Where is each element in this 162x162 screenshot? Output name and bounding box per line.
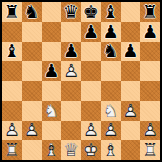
square-a5[interactable] [2, 61, 22, 81]
square-d2[interactable] [61, 121, 81, 141]
square-g3[interactable]: ♟♙ [121, 101, 141, 121]
black-pawn[interactable]: ♟ [122, 42, 138, 60]
square-f7[interactable]: ♟ [101, 22, 121, 42]
square-f5[interactable] [101, 61, 121, 81]
square-h8[interactable]: ♜ [140, 2, 160, 22]
square-h2[interactable]: ♟♙ [140, 121, 160, 141]
square-f2[interactable]: ♟♙ [101, 121, 121, 141]
white-pawn[interactable]: ♟♙ [103, 121, 119, 139]
square-a4[interactable] [2, 81, 22, 101]
square-e7[interactable]: ♟ [81, 22, 101, 42]
square-g4[interactable] [121, 81, 141, 101]
square-a1[interactable]: ♜♖ [2, 140, 22, 160]
black-pawn[interactable]: ♟ [103, 23, 119, 41]
white-knight[interactable]: ♞♘ [43, 102, 59, 120]
square-b3[interactable] [22, 101, 42, 121]
square-c6[interactable] [42, 42, 62, 62]
square-g7[interactable] [121, 22, 141, 42]
square-h3[interactable] [140, 101, 160, 121]
black-pawn[interactable]: ♟ [43, 62, 59, 80]
white-pawn[interactable]: ♟♙ [63, 62, 79, 80]
square-e5[interactable] [81, 61, 101, 81]
square-b1[interactable] [22, 140, 42, 160]
square-c8[interactable] [42, 2, 62, 22]
white-pawn[interactable]: ♟♙ [83, 121, 99, 139]
square-c3[interactable]: ♞♘ [42, 101, 62, 121]
white-king[interactable]: ♚♔ [83, 141, 99, 159]
square-h5[interactable] [140, 61, 160, 81]
square-d5[interactable]: ♟♙ [61, 61, 81, 81]
black-pawn[interactable]: ♟ [83, 23, 99, 41]
square-c7[interactable] [42, 22, 62, 42]
square-g2[interactable] [121, 121, 141, 141]
black-pawn[interactable]: ♟ [142, 23, 158, 41]
black-knight[interactable]: ♞ [103, 42, 119, 60]
white-knight[interactable]: ♞♘ [103, 102, 119, 120]
black-bishop[interactable]: ♝ [4, 42, 20, 60]
square-d1[interactable]: ♛♕ [61, 140, 81, 160]
square-b4[interactable] [22, 81, 42, 101]
square-c5[interactable]: ♟ [42, 61, 62, 81]
square-a7[interactable] [2, 22, 22, 42]
square-b2[interactable]: ♟♙ [22, 121, 42, 141]
square-h7[interactable]: ♟ [140, 22, 160, 42]
square-g8[interactable] [121, 2, 141, 22]
black-bishop[interactable]: ♝ [103, 3, 119, 21]
square-f8[interactable]: ♝ [101, 2, 121, 22]
square-b8[interactable]: ♞ [22, 2, 42, 22]
square-e2[interactable]: ♟♙ [81, 121, 101, 141]
square-h1[interactable]: ♜♖ [140, 140, 160, 160]
white-pawn[interactable]: ♟♙ [24, 121, 40, 139]
black-knight[interactable]: ♞ [24, 3, 40, 21]
square-e8[interactable]: ♚ [81, 2, 101, 22]
square-f4[interactable] [101, 81, 121, 101]
white-rook[interactable]: ♜♖ [142, 141, 158, 159]
square-e1[interactable]: ♚♔ [81, 140, 101, 160]
white-bishop[interactable]: ♝♗ [103, 141, 119, 159]
square-e6[interactable] [81, 42, 101, 62]
white-pawn[interactable]: ♟♙ [122, 102, 138, 120]
black-king[interactable]: ♚ [83, 3, 99, 21]
square-a2[interactable]: ♟♙ [2, 121, 22, 141]
square-e3[interactable] [81, 101, 101, 121]
square-d3[interactable] [61, 101, 81, 121]
square-a6[interactable]: ♝ [2, 42, 22, 62]
white-rook[interactable]: ♜♖ [4, 141, 20, 159]
white-pawn[interactable]: ♟♙ [142, 121, 158, 139]
square-e4[interactable] [81, 81, 101, 101]
square-g1[interactable] [121, 140, 141, 160]
square-d8[interactable]: ♛ [61, 2, 81, 22]
square-c2[interactable] [42, 121, 62, 141]
square-a8[interactable]: ♜ [2, 2, 22, 22]
square-c1[interactable]: ♝♗ [42, 140, 62, 160]
square-f6[interactable]: ♞ [101, 42, 121, 62]
black-rook[interactable]: ♜ [142, 3, 158, 21]
square-a3[interactable] [2, 101, 22, 121]
square-g6[interactable]: ♟ [121, 42, 141, 62]
square-d7[interactable] [61, 22, 81, 42]
white-queen[interactable]: ♛♕ [63, 141, 79, 159]
black-pawn[interactable]: ♟ [63, 42, 79, 60]
square-b7[interactable] [22, 22, 42, 42]
square-b5[interactable] [22, 61, 42, 81]
chess-board[interactable]: ♜♞♛♚♝♜♟♟♟♝♟♞♟♟♟♙♞♘♞♘♟♙♟♙♟♙♟♙♟♙♟♙♜♖♝♗♛♕♚♔… [0, 0, 162, 162]
white-bishop[interactable]: ♝♗ [43, 141, 59, 159]
square-b6[interactable] [22, 42, 42, 62]
square-d4[interactable] [61, 81, 81, 101]
square-f1[interactable]: ♝♗ [101, 140, 121, 160]
square-d6[interactable]: ♟ [61, 42, 81, 62]
black-queen[interactable]: ♛ [63, 3, 79, 21]
square-c4[interactable] [42, 81, 62, 101]
black-rook[interactable]: ♜ [4, 3, 20, 21]
square-f3[interactable]: ♞♘ [101, 101, 121, 121]
square-h4[interactable] [140, 81, 160, 101]
white-pawn[interactable]: ♟♙ [4, 121, 20, 139]
square-h6[interactable] [140, 42, 160, 62]
square-g5[interactable] [121, 61, 141, 81]
